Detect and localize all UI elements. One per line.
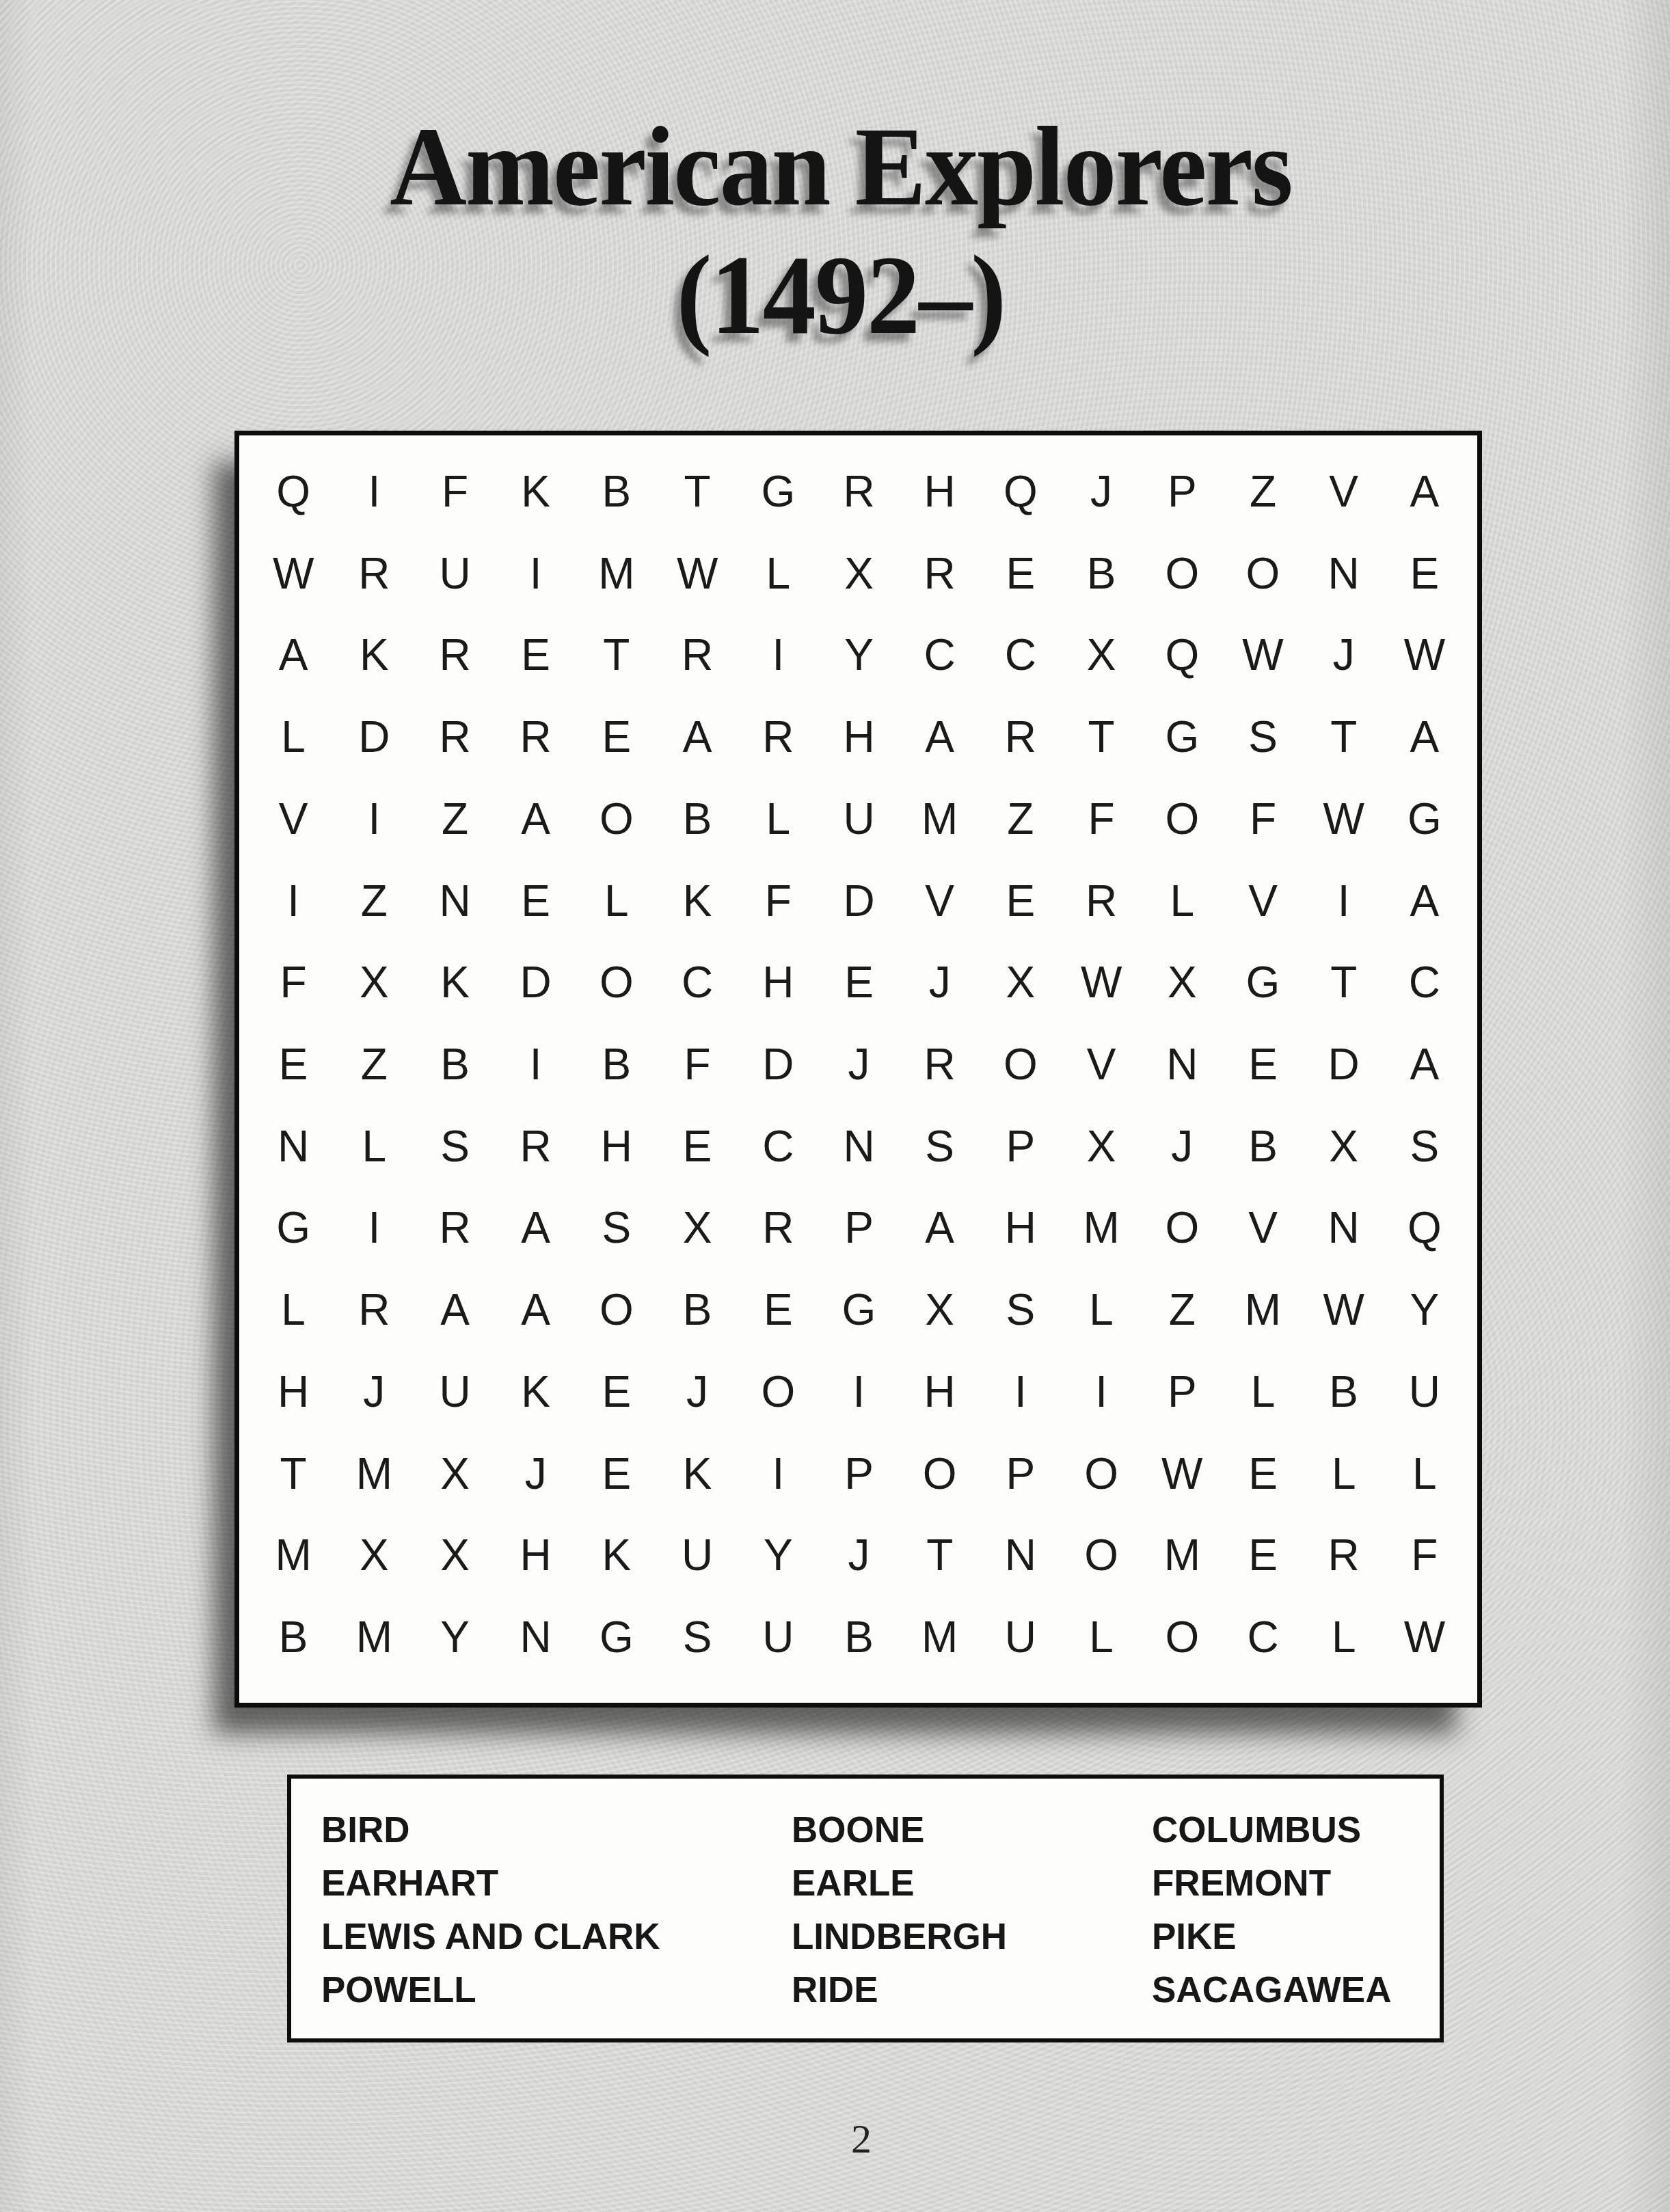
word-list-item: RIDE	[792, 1963, 1152, 2017]
grid-cell-r3c10: C	[980, 614, 1061, 696]
grid-cell-r7c10: X	[980, 941, 1061, 1023]
word-list: BIRDEARHARTLEWIS AND CLARKPOWELLBOONEEAR…	[291, 1779, 1440, 2038]
grid-cell-r10c10: H	[980, 1187, 1061, 1269]
grid-cell-r1c14: V	[1304, 450, 1384, 532]
grid-cell-r15c6: S	[657, 1596, 738, 1678]
grid-cell-r6c11: R	[1061, 860, 1142, 942]
grid-cell-r10c11: M	[1061, 1187, 1142, 1269]
grid-cell-r9c11: X	[1061, 1105, 1142, 1187]
grid-cell-r8c4: I	[496, 1023, 576, 1105]
grid-cell-r14c4: H	[496, 1515, 576, 1597]
grid-cell-r2c2: R	[334, 532, 414, 615]
grid-cell-r2c11: B	[1061, 532, 1142, 615]
grid-cell-r12c13: L	[1222, 1351, 1303, 1433]
word-list-item: FREMONT	[1152, 1857, 1440, 1910]
grid-cell-r2c6: W	[657, 532, 738, 615]
grid-cell-r10c7: R	[738, 1187, 818, 1269]
grid-cell-r4c6: A	[657, 696, 738, 778]
grid-cell-r14c2: X	[334, 1515, 414, 1597]
grid-cell-r10c6: X	[657, 1187, 738, 1269]
title-line-2: (1492–)	[70, 231, 1612, 360]
grid-cell-r4c15: A	[1384, 696, 1465, 778]
grid-cell-r4c12: G	[1142, 696, 1222, 778]
grid-cell-r1c6: T	[657, 450, 738, 532]
grid-cell-r2c15: E	[1384, 532, 1465, 615]
grid-cell-r7c14: T	[1304, 941, 1384, 1023]
grid-cell-r6c15: A	[1384, 860, 1465, 942]
title-line-1: American Explorers	[70, 103, 1612, 231]
grid-cell-r11c5: O	[576, 1269, 657, 1351]
grid-cell-r10c1: G	[253, 1187, 334, 1269]
grid-cell-r15c4: N	[496, 1596, 576, 1678]
grid-cell-r4c7: R	[738, 696, 818, 778]
grid-cell-r14c12: M	[1142, 1515, 1222, 1597]
grid-cell-r13c3: X	[414, 1433, 495, 1515]
grid-cell-r8c2: Z	[334, 1023, 414, 1105]
grid-cell-r12c6: J	[657, 1351, 738, 1433]
grid-cell-r10c14: N	[1304, 1187, 1384, 1269]
grid-cell-r15c2: M	[334, 1596, 414, 1678]
grid-cell-r1c7: G	[738, 450, 818, 532]
grid-cell-r7c12: X	[1142, 941, 1222, 1023]
grid-cell-r8c13: E	[1222, 1023, 1303, 1105]
grid-cell-r12c2: J	[334, 1351, 414, 1433]
grid-cell-r11c15: Y	[1384, 1269, 1465, 1351]
grid-cell-r11c3: A	[414, 1269, 495, 1351]
grid-cell-r7c15: C	[1384, 941, 1465, 1023]
grid-cell-r10c2: I	[334, 1187, 414, 1269]
grid-cell-r6c1: I	[253, 860, 334, 942]
letter-grid: QIFKBTGRHQJPZVAWRUIMWLXREBOONEAKRETRIYCC…	[239, 435, 1477, 1703]
grid-cell-r11c8: G	[818, 1269, 899, 1351]
grid-cell-r12c15: U	[1384, 1351, 1465, 1433]
grid-cell-r15c1: B	[253, 1596, 334, 1678]
grid-cell-r9c1: N	[253, 1105, 334, 1187]
word-list-item: BIRD	[321, 1803, 792, 1857]
grid-cell-r3c15: W	[1384, 614, 1465, 696]
grid-cell-r12c7: O	[738, 1351, 818, 1433]
grid-cell-r15c7: U	[738, 1596, 818, 1678]
grid-cell-r8c10: O	[980, 1023, 1061, 1105]
grid-cell-r9c2: L	[334, 1105, 414, 1187]
grid-cell-r7c7: H	[738, 941, 818, 1023]
grid-cell-r14c1: M	[253, 1515, 334, 1597]
grid-cell-r14c7: Y	[738, 1515, 818, 1597]
grid-cell-r13c5: E	[576, 1433, 657, 1515]
word-list-item: SACAGAWEA	[1152, 1963, 1440, 2017]
word-list-item: LINDBERGH	[792, 1910, 1152, 1963]
grid-cell-r9c14: X	[1304, 1105, 1384, 1187]
grid-cell-r15c13: C	[1222, 1596, 1303, 1678]
grid-cell-r6c4: E	[496, 860, 576, 942]
grid-cell-r7c11: W	[1061, 941, 1142, 1023]
grid-cell-r2c1: W	[253, 532, 334, 615]
grid-cell-r7c3: K	[414, 941, 495, 1023]
grid-cell-r13c9: O	[900, 1433, 980, 1515]
grid-cell-r6c5: L	[576, 860, 657, 942]
grid-cell-r8c8: J	[818, 1023, 899, 1105]
grid-cell-r1c5: B	[576, 450, 657, 532]
grid-cell-r8c9: R	[900, 1023, 980, 1105]
word-list-column-1: BIRDEARHARTLEWIS AND CLARKPOWELL	[321, 1803, 792, 2038]
grid-cell-r5c4: A	[496, 778, 576, 860]
grid-cell-r1c9: H	[900, 450, 980, 532]
grid-cell-r15c15: W	[1384, 1596, 1465, 1678]
grid-cell-r14c10: N	[980, 1515, 1061, 1597]
word-list-item: BOONE	[792, 1803, 1152, 1857]
page-number: 2	[0, 2116, 1670, 2163]
grid-cell-r14c5: K	[576, 1515, 657, 1597]
grid-cell-r2c9: R	[900, 532, 980, 615]
grid-cell-r1c3: F	[414, 450, 495, 532]
grid-cell-r8c3: B	[414, 1023, 495, 1105]
grid-cell-r13c11: O	[1061, 1433, 1142, 1515]
word-list-item: EARHART	[321, 1857, 792, 1910]
grid-cell-r12c9: H	[900, 1351, 980, 1433]
grid-cell-r11c7: E	[738, 1269, 818, 1351]
grid-cell-r2c13: O	[1222, 532, 1303, 615]
grid-cell-r5c8: U	[818, 778, 899, 860]
grid-cell-r15c10: U	[980, 1596, 1061, 1678]
grid-cell-r11c9: X	[900, 1269, 980, 1351]
grid-cell-r3c4: E	[496, 614, 576, 696]
grid-cell-r7c6: C	[657, 941, 738, 1023]
grid-cell-r11c14: W	[1304, 1269, 1384, 1351]
grid-cell-r7c5: O	[576, 941, 657, 1023]
grid-cell-r9c13: B	[1222, 1105, 1303, 1187]
grid-cell-r14c6: U	[657, 1515, 738, 1597]
grid-cell-r4c10: R	[980, 696, 1061, 778]
grid-cell-r6c8: D	[818, 860, 899, 942]
grid-cell-r5c6: B	[657, 778, 738, 860]
grid-cell-r3c5: T	[576, 614, 657, 696]
grid-cell-r1c2: I	[334, 450, 414, 532]
grid-cell-r12c10: I	[980, 1351, 1061, 1433]
grid-cell-r11c4: A	[496, 1269, 576, 1351]
grid-cell-r10c3: R	[414, 1187, 495, 1269]
grid-cell-r12c1: H	[253, 1351, 334, 1433]
grid-cell-r14c8: J	[818, 1515, 899, 1597]
grid-cell-r6c7: F	[738, 860, 818, 942]
grid-cell-r3c12: Q	[1142, 614, 1222, 696]
grid-cell-r10c4: A	[496, 1187, 576, 1269]
grid-cell-r11c6: B	[657, 1269, 738, 1351]
grid-cell-r9c9: S	[900, 1105, 980, 1187]
grid-cell-r13c4: J	[496, 1433, 576, 1515]
grid-cell-r2c5: M	[576, 532, 657, 615]
grid-cell-r9c15: S	[1384, 1105, 1465, 1187]
grid-cell-r8c11: V	[1061, 1023, 1142, 1105]
grid-cell-r15c11: L	[1061, 1596, 1142, 1678]
grid-cell-r13c2: M	[334, 1433, 414, 1515]
grid-cell-r14c13: E	[1222, 1515, 1303, 1597]
grid-cell-r1c13: Z	[1222, 450, 1303, 532]
grid-cell-r8c14: D	[1304, 1023, 1384, 1105]
word-list-item: COLUMBUS	[1152, 1803, 1440, 1857]
grid-cell-r5c5: O	[576, 778, 657, 860]
grid-cell-r3c14: J	[1304, 614, 1384, 696]
grid-cell-r12c3: U	[414, 1351, 495, 1433]
grid-cell-r11c13: M	[1222, 1269, 1303, 1351]
grid-cell-r13c7: I	[738, 1433, 818, 1515]
grid-cell-r1c10: Q	[980, 450, 1061, 532]
grid-cell-r1c1: Q	[253, 450, 334, 532]
grid-cell-r1c15: A	[1384, 450, 1465, 532]
grid-cell-r15c8: B	[818, 1596, 899, 1678]
grid-cell-r7c1: F	[253, 941, 334, 1023]
grid-cell-r11c10: S	[980, 1269, 1061, 1351]
grid-cell-r13c1: T	[253, 1433, 334, 1515]
grid-cell-r14c11: O	[1061, 1515, 1142, 1597]
grid-cell-r12c11: I	[1061, 1351, 1142, 1433]
grid-cell-r10c12: O	[1142, 1187, 1222, 1269]
grid-cell-r12c4: K	[496, 1351, 576, 1433]
grid-cell-r5c15: G	[1384, 778, 1465, 860]
grid-cell-r7c13: G	[1222, 941, 1303, 1023]
grid-cell-r4c14: T	[1304, 696, 1384, 778]
grid-cell-r8c7: D	[738, 1023, 818, 1105]
grid-cell-r5c10: Z	[980, 778, 1061, 860]
grid-cell-r10c5: S	[576, 1187, 657, 1269]
grid-cell-r10c15: Q	[1384, 1187, 1465, 1269]
grid-cell-r4c13: S	[1222, 696, 1303, 778]
grid-cell-r11c11: L	[1061, 1269, 1142, 1351]
grid-cell-r1c12: P	[1142, 450, 1222, 532]
word-list-column-3: COLUMBUSFREMONTPIKESACAGAWEA	[1152, 1803, 1440, 2038]
grid-cell-r12c8: I	[818, 1351, 899, 1433]
grid-cell-r14c14: R	[1304, 1515, 1384, 1597]
grid-cell-r6c3: N	[414, 860, 495, 942]
grid-cell-r12c12: P	[1142, 1351, 1222, 1433]
grid-cell-r13c10: P	[980, 1433, 1061, 1515]
grid-cell-r9c12: J	[1142, 1105, 1222, 1187]
grid-cell-r5c14: W	[1304, 778, 1384, 860]
word-list-column-2: BOONEEARLELINDBERGHRIDE	[792, 1803, 1152, 2038]
grid-cell-r4c2: D	[334, 696, 414, 778]
grid-cell-r5c11: F	[1061, 778, 1142, 860]
grid-cell-r15c3: Y	[414, 1596, 495, 1678]
grid-cell-r5c7: L	[738, 778, 818, 860]
grid-cell-r15c5: G	[576, 1596, 657, 1678]
grid-cell-r5c13: F	[1222, 778, 1303, 860]
grid-cell-r11c1: L	[253, 1269, 334, 1351]
grid-cell-r2c14: N	[1304, 532, 1384, 615]
word-list-panel: BIRDEARHARTLEWIS AND CLARKPOWELLBOONEEAR…	[287, 1775, 1444, 2042]
grid-cell-r10c8: P	[818, 1187, 899, 1269]
grid-cell-r6c6: K	[657, 860, 738, 942]
grid-cell-r5c3: Z	[414, 778, 495, 860]
grid-cell-r15c14: L	[1304, 1596, 1384, 1678]
grid-cell-r9c4: R	[496, 1105, 576, 1187]
grid-cell-r2c10: E	[980, 532, 1061, 615]
grid-cell-r4c11: T	[1061, 696, 1142, 778]
grid-cell-r4c5: E	[576, 696, 657, 778]
grid-cell-r2c4: I	[496, 532, 576, 615]
grid-cell-r13c6: K	[657, 1433, 738, 1515]
grid-cell-r12c5: E	[576, 1351, 657, 1433]
scanned-puzzle-page: American Explorers (1492–) QIFKBTGRHQJPZ…	[0, 0, 1670, 2212]
grid-cell-r13c14: L	[1304, 1433, 1384, 1515]
grid-cell-r14c3: X	[414, 1515, 495, 1597]
grid-cell-r6c10: E	[980, 860, 1061, 942]
grid-cell-r7c8: E	[818, 941, 899, 1023]
word-list-item: EARLE	[792, 1857, 1152, 1910]
grid-cell-r13c12: W	[1142, 1433, 1222, 1515]
grid-cell-r8c12: N	[1142, 1023, 1222, 1105]
grid-cell-r1c11: J	[1061, 450, 1142, 532]
grid-cell-r4c8: H	[818, 696, 899, 778]
grid-cell-r3c2: K	[334, 614, 414, 696]
grid-cell-r9c6: E	[657, 1105, 738, 1187]
grid-cell-r3c13: W	[1222, 614, 1303, 696]
word-list-item: LEWIS AND CLARK	[321, 1910, 792, 1963]
grid-cell-r2c12: O	[1142, 532, 1222, 615]
grid-cell-r6c2: Z	[334, 860, 414, 942]
grid-cell-r6c14: I	[1304, 860, 1384, 942]
grid-cell-r9c5: H	[576, 1105, 657, 1187]
grid-cell-r3c6: R	[657, 614, 738, 696]
grid-cell-r15c12: O	[1142, 1596, 1222, 1678]
grid-cell-r5c2: I	[334, 778, 414, 860]
grid-cell-r2c8: X	[818, 532, 899, 615]
word-list-item: POWELL	[321, 1963, 792, 2017]
grid-cell-r3c3: R	[414, 614, 495, 696]
grid-cell-r10c13: V	[1222, 1187, 1303, 1269]
grid-cell-r3c9: C	[900, 614, 980, 696]
grid-cell-r5c9: M	[900, 778, 980, 860]
grid-cell-r14c9: T	[900, 1515, 980, 1597]
grid-cell-r4c3: R	[414, 696, 495, 778]
grid-cell-r3c7: I	[738, 614, 818, 696]
grid-cell-r7c9: J	[900, 941, 980, 1023]
grid-cell-r7c2: X	[334, 941, 414, 1023]
grid-cell-r5c12: O	[1142, 778, 1222, 860]
grid-cell-r3c8: Y	[818, 614, 899, 696]
word-search-grid-panel: QIFKBTGRHQJPZVAWRUIMWLXREBOONEAKRETRIYCC…	[234, 431, 1482, 1708]
grid-cell-r9c8: N	[818, 1105, 899, 1187]
grid-cell-r2c3: U	[414, 532, 495, 615]
grid-cell-r1c8: R	[818, 450, 899, 532]
grid-cell-r11c12: Z	[1142, 1269, 1222, 1351]
grid-cell-r9c3: S	[414, 1105, 495, 1187]
grid-cell-r4c1: L	[253, 696, 334, 778]
grid-cell-r13c8: P	[818, 1433, 899, 1515]
grid-cell-r8c1: E	[253, 1023, 334, 1105]
grid-cell-r9c10: P	[980, 1105, 1061, 1187]
grid-cell-r6c13: V	[1222, 860, 1303, 942]
grid-cell-r13c15: L	[1384, 1433, 1465, 1515]
grid-cell-r6c9: V	[900, 860, 980, 942]
grid-cell-r7c4: D	[496, 941, 576, 1023]
grid-cell-r8c6: F	[657, 1023, 738, 1105]
grid-cell-r2c7: L	[738, 532, 818, 615]
grid-cell-r8c15: A	[1384, 1023, 1465, 1105]
grid-cell-r14c15: F	[1384, 1515, 1465, 1597]
grid-cell-r3c11: X	[1061, 614, 1142, 696]
grid-cell-r8c5: B	[576, 1023, 657, 1105]
grid-cell-r15c9: M	[900, 1596, 980, 1678]
grid-cell-r11c2: R	[334, 1269, 414, 1351]
grid-cell-r6c12: L	[1142, 860, 1222, 942]
grid-cell-r4c4: R	[496, 696, 576, 778]
word-list-item: PIKE	[1152, 1910, 1440, 1963]
grid-cell-r10c9: A	[900, 1187, 980, 1269]
grid-cell-r13c13: E	[1222, 1433, 1303, 1515]
grid-cell-r3c1: A	[253, 614, 334, 696]
grid-cell-r4c9: A	[900, 696, 980, 778]
grid-cell-r1c4: K	[496, 450, 576, 532]
page-title: American Explorers (1492–)	[21, 103, 1661, 359]
grid-cell-r5c1: V	[253, 778, 334, 860]
grid-cell-r12c14: B	[1304, 1351, 1384, 1433]
grid-cell-r9c7: C	[738, 1105, 818, 1187]
